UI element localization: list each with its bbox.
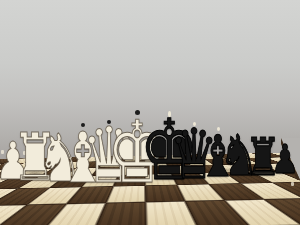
black-pawn[interactable]: ♟	[271, 139, 299, 179]
white-king-cross	[135, 110, 140, 115]
black-queen-finial	[193, 122, 196, 126]
black-bishop-finial	[217, 127, 220, 131]
white-queen-finial	[107, 120, 111, 124]
engraved-coordinate-mark	[291, 182, 294, 186]
black-king-finial	[168, 111, 171, 117]
chess-set-photo: ♟ ♜ ♞ ♝ ♛ ♚ ♚ ♛ ♝ ♞ ♜ ♟	[0, 0, 300, 225]
white-bishop-finial	[81, 123, 85, 127]
